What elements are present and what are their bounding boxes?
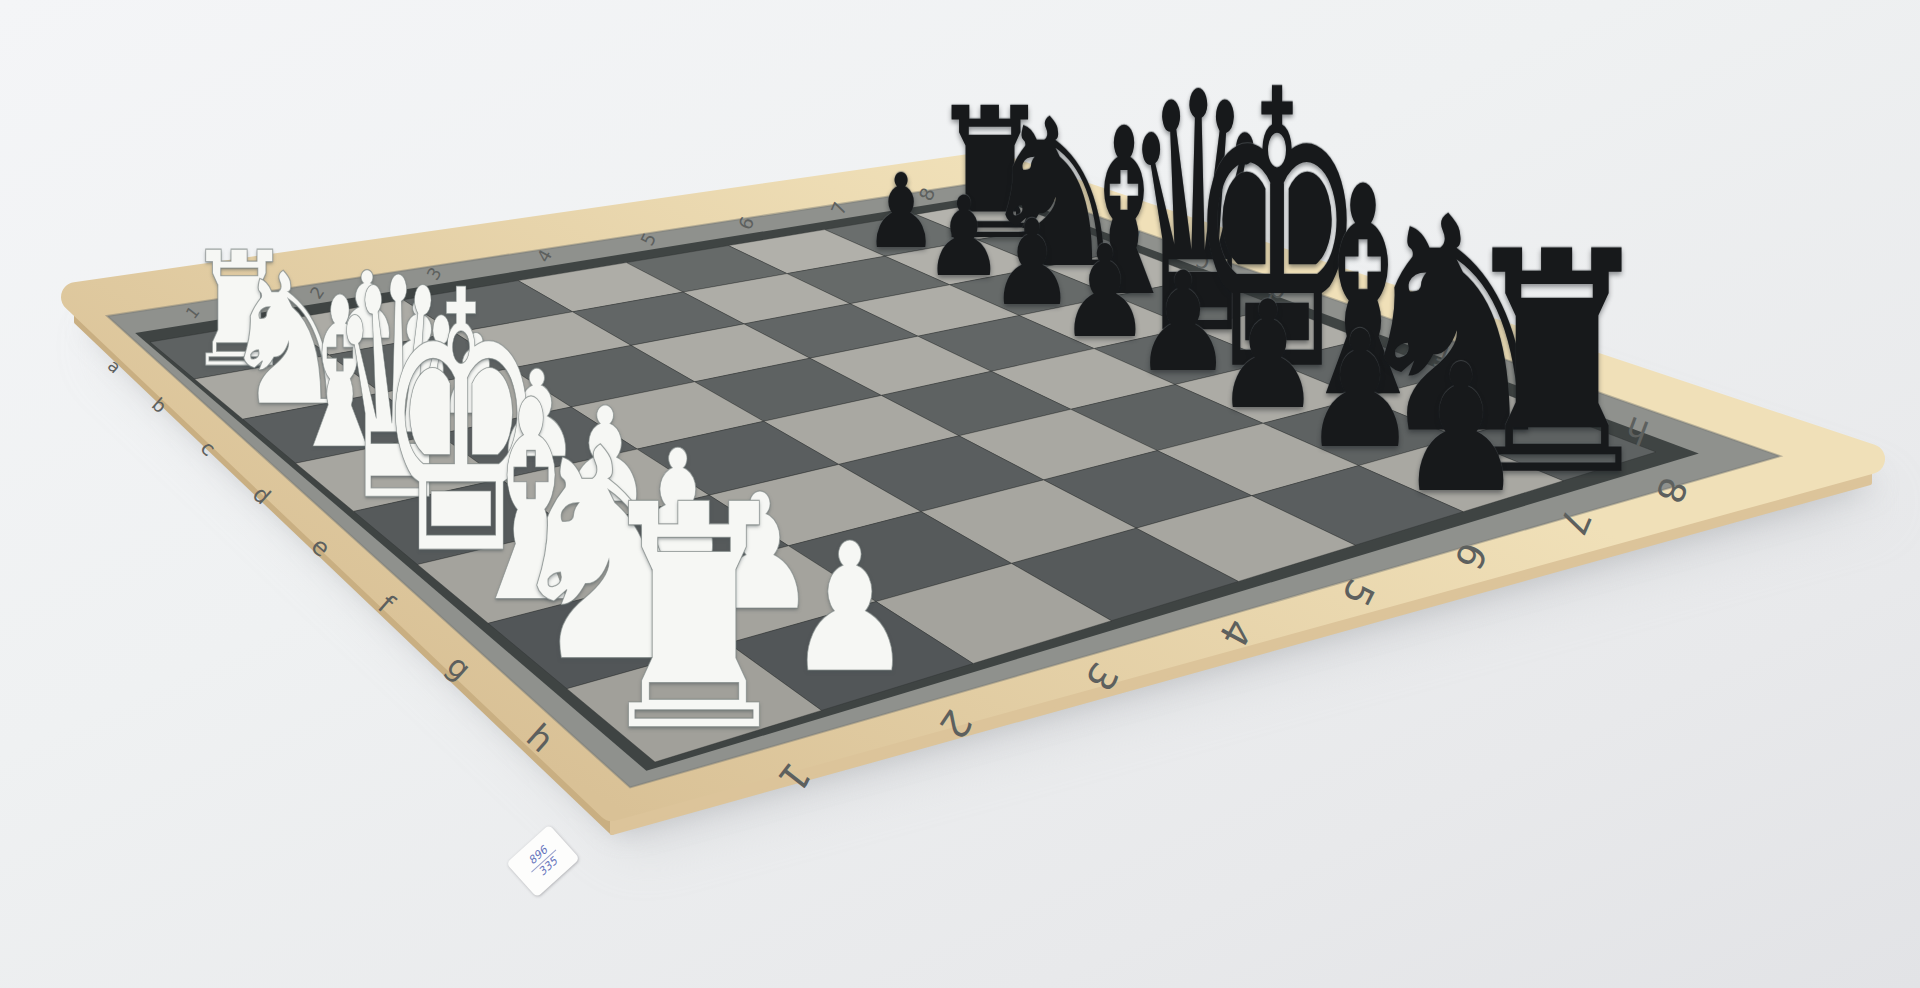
photo-backdrop: aabbccddeeffgghh1122334455667788 ♜♟♞♟♝♟♛…	[0, 0, 1920, 988]
white-rook[interactable]: ♜	[589, 464, 797, 774]
black-pawn[interactable]: ♟	[1397, 341, 1524, 518]
white-pawn[interactable]: ♟	[786, 520, 914, 698]
